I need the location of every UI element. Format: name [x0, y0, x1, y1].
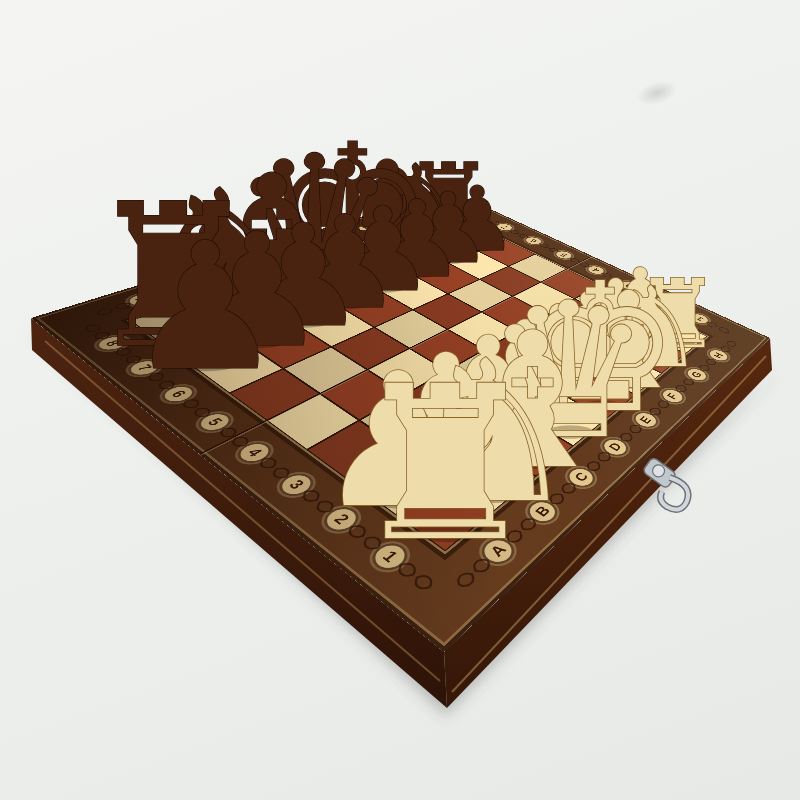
piece-black-pawn-a7[interactable]: ♟ [127, 205, 285, 410]
chess-set-photo: 1AA12BB23CC34DD45EE56FF67GG78HH8 ♜♞♟♝♟♚♟… [0, 0, 800, 800]
piece-white-rook-a1[interactable]: ♜ [350, 340, 541, 588]
pieces-layer: ♜♞♟♝♟♚♟♛♟♝♟♞♟♟♜♟♟♜♟♟♞♟♝♟♚♛♟♝♟♞♟♜ [0, 0, 800, 800]
